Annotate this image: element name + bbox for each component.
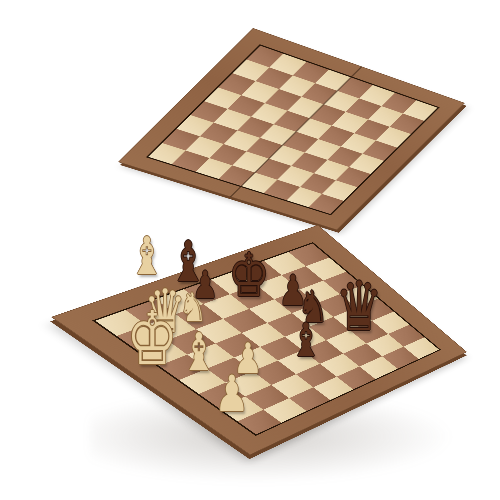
dark-bishop-d2: ♝ — [290, 317, 322, 363]
white-pawn-a1: ♟ — [215, 369, 250, 419]
product-photo: ♝♝♟♚♟♞♝♛♛♞♚♝♟♟ — [0, 0, 500, 500]
white-king-a4: ♚ — [126, 301, 178, 375]
pieces-layer: ♝♝♟♚♟♞♝♛♛♞♚♝♟♟ — [0, 0, 500, 500]
dark-king-e5: ♚ — [228, 245, 270, 305]
white-bishop-a3: ♝ — [181, 326, 217, 378]
dark-queen-f2: ♛ — [335, 273, 383, 341]
white-bishop-c8: ♝ — [129, 230, 165, 282]
